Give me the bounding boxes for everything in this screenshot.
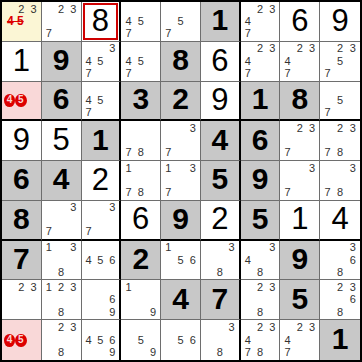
candidate-grid: 178 (122, 162, 159, 199)
candidate-mark: 3 (346, 162, 359, 174)
candidate-grid: 237 (281, 122, 318, 159)
cell-r1c1[interactable]: 234 5 (2, 2, 42, 42)
cell-r7c3[interactable]: 456 (82, 241, 122, 281)
candidate-mark: 8 (135, 147, 147, 159)
sudoku-board: 234 523784575712347691934574578623472347… (0, 0, 362, 362)
cell-r6c8[interactable]: 1 (280, 201, 320, 241)
candidate-mark: 6 (106, 254, 118, 266)
candidate-mark: 3 (67, 321, 79, 334)
cell-r1c8[interactable]: 6 (280, 2, 320, 42)
candidate-mark: 1 (43, 281, 55, 293)
given-digit: 8 (13, 204, 30, 234)
candidate-mark: 7 (43, 28, 55, 40)
candidate-mark: 5 (94, 254, 106, 266)
candidate-mark: 5 (174, 254, 186, 266)
candidate-mark: 6 (187, 254, 199, 266)
cell-r7c5[interactable]: 156 (161, 241, 201, 281)
candidate-grid: 4569 (83, 321, 119, 359)
candidate-mark: 3 (346, 43, 359, 55)
cell-r3c4[interactable]: 3 (121, 82, 161, 122)
candidate-grid: 23 (3, 281, 40, 318)
cell-r8c9[interactable]: 2368 (320, 280, 360, 320)
candidate-grid: 45 (3, 83, 40, 119)
given-digit: 9 (252, 164, 269, 194)
highlighted-candidate-pair: 45 (3, 334, 28, 347)
cell-r5c1[interactable]: 6 (2, 161, 42, 201)
cell-r4c7[interactable]: 6 (241, 121, 281, 161)
cell-r4c9[interactable]: 2378 (320, 121, 360, 161)
candidate-mark: 5 (94, 94, 106, 106)
candidate-grid: 37 (281, 162, 318, 199)
entered-digit: 6 (291, 5, 308, 36)
candidate-grid: 37 (43, 202, 80, 238)
candidate-grid: 59 (122, 321, 159, 359)
cell-r2c7[interactable]: 2347 (241, 42, 281, 82)
cell-r8c6[interactable]: 7 (201, 280, 241, 320)
candidate-mark: 3 (226, 242, 238, 254)
entered-digit: 5 (53, 124, 70, 155)
candidate-mark: 7 (321, 106, 334, 118)
cell-r3c1[interactable]: 45 (2, 82, 42, 122)
given-digit: 2 (132, 244, 149, 274)
candidate-grid: 2347 (281, 321, 318, 359)
candidate-mark: 1 (122, 162, 134, 174)
cell-r5c2[interactable]: 4 (42, 161, 82, 201)
candidate-mark: 4 (242, 334, 254, 347)
candidate-mark: 7 (83, 226, 95, 238)
candidate-grid: 238 (43, 321, 80, 359)
entered-digit: 6 (211, 45, 228, 76)
cell-r9c8[interactable]: 2347 (280, 320, 320, 360)
candidate-mark: 2 (254, 43, 266, 55)
candidate-grid: 238 (242, 281, 279, 318)
entered-digit: 9 (13, 124, 30, 155)
cell-r7c2[interactable]: 138 (42, 241, 82, 281)
candidate-mark: 6 (187, 334, 199, 347)
cell-r6c2[interactable]: 37 (42, 201, 82, 241)
cell-r3c3[interactable]: 457 (82, 82, 122, 122)
cell-r4c3[interactable]: 1 (82, 121, 122, 161)
candidate-grid: 457 (122, 43, 159, 80)
cell-r6c6[interactable]: 2 (201, 201, 241, 241)
highlighted-candidate-pair: 45 (3, 94, 28, 107)
candidate-mark: 4 (122, 15, 134, 27)
candidate-mark: 4 (242, 254, 254, 266)
entered-digit: 9 (331, 5, 348, 36)
cell-r6c3[interactable]: 37 (82, 201, 122, 241)
candidate-mark: 7 (122, 147, 134, 159)
cell-r9c4[interactable]: 59 (121, 320, 161, 360)
candidate-mark: 2 (15, 281, 27, 293)
candidate-mark: 3 (266, 43, 278, 55)
cell-r6c4[interactable]: 6 (121, 201, 161, 241)
candidate-mark: 8 (254, 346, 266, 359)
candidate-mark: 2 (55, 281, 67, 293)
given-digit: 9 (53, 45, 70, 75)
given-digit: 3 (132, 84, 149, 114)
cell-r5c5[interactable]: 137 (161, 161, 201, 201)
candidate-grid: 45 (3, 321, 40, 359)
cell-r8c4[interactable]: 19 (121, 280, 161, 320)
candidate-mark: 7 (242, 67, 254, 79)
candidate-grid: 3457 (83, 43, 119, 80)
cell-r7c8[interactable]: 9 (280, 241, 320, 281)
cell-r1c3[interactable]: 8 (82, 2, 122, 42)
cell-r4c4[interactable]: 78 (121, 121, 161, 161)
candidate-mark: 3 (67, 3, 79, 15)
red-circled-candidate: 4 (4, 94, 15, 107)
candidate-mark: 7 (162, 187, 174, 199)
candidate-mark: 2 (254, 3, 266, 15)
candidate-mark: 4 (83, 334, 95, 347)
candidate-mark: 8 (254, 306, 266, 318)
candidate-mark: 3 (306, 43, 318, 55)
candidate-mark: 2 (294, 321, 306, 334)
cell-r6c9[interactable]: 4 (320, 201, 360, 241)
candidate-mark: 8 (55, 306, 67, 318)
given-digit: 5 (211, 164, 228, 194)
given-digit: 9 (172, 204, 189, 234)
candidate-mark: 6 (106, 334, 118, 347)
given-digit: 6 (13, 164, 30, 194)
candidate-mark: 3 (106, 202, 118, 214)
given-digit: 7 (13, 244, 30, 274)
cell-r7c7[interactable]: 348 (241, 241, 281, 281)
entered-digit: 1 (291, 203, 308, 234)
cell-r8c1[interactable]: 23 (2, 280, 42, 320)
cell-r9c7[interactable]: 23478 (241, 320, 281, 360)
candidate-mark: 3 (67, 281, 79, 293)
candidate-grid: 368 (321, 242, 359, 279)
cell-r8c8[interactable]: 5 (280, 280, 320, 320)
candidate-mark: 5 (334, 94, 347, 106)
cell-r4c8[interactable]: 237 (280, 121, 320, 161)
candidate-mark: 5 (334, 55, 347, 67)
candidate-mark: 3 (226, 321, 238, 334)
candidate-grid: 237 (43, 3, 80, 40)
candidate-grid: 2347 (242, 3, 279, 40)
candidate-mark: 3 (28, 281, 40, 293)
candidate-mark: 3 (266, 242, 278, 254)
cell-r8c2[interactable]: 1238 (42, 280, 82, 320)
given-digit: 4 (53, 164, 70, 194)
candidate-grid: 19 (122, 281, 159, 318)
candidate-mark: 1 (43, 242, 55, 254)
candidate-mark: 5 (94, 334, 106, 347)
cell-r4c5[interactable]: 37 (161, 121, 201, 161)
cell-r3c6[interactable]: 9 (201, 82, 241, 122)
candidate-mark: 8 (334, 266, 347, 278)
candidate-grid: 138 (43, 242, 80, 279)
candidate-mark: 4 (242, 15, 254, 27)
cell-r3c5[interactable]: 2 (161, 82, 201, 122)
red-circled-candidate: 5 (15, 94, 26, 107)
candidate-grid: 69 (83, 281, 119, 318)
cell-r6c5[interactable]: 9 (161, 201, 201, 241)
candidate-mark: 7 (281, 67, 293, 79)
candidate-grid: 37 (83, 202, 119, 238)
candidate-mark: 1 (162, 242, 174, 254)
candidate-mark: 5 (94, 55, 106, 67)
candidate-mark: 3 (346, 281, 359, 293)
candidate-mark: 8 (214, 266, 226, 278)
cell-r4c6[interactable]: 4 (201, 121, 241, 161)
candidate-mark: 3 (266, 281, 278, 293)
cell-r2c4[interactable]: 457 (121, 42, 161, 82)
cell-r9c9[interactable]: 1 (320, 320, 360, 360)
candidate-mark: 7 (281, 187, 293, 199)
given-digit: 7 (211, 284, 228, 314)
entered-digit: 8 (92, 5, 109, 36)
candidate-mark: 9 (147, 306, 159, 318)
cell-r1c2[interactable]: 237 (42, 2, 82, 42)
candidate-mark: 7 (321, 187, 334, 199)
candidate-mark: 8 (214, 346, 226, 359)
candidate-mark: 4 (83, 55, 95, 67)
candidate-grid: 57 (162, 3, 199, 40)
cell-r1c5[interactable]: 57 (161, 2, 201, 42)
candidate-mark: 7 (122, 28, 134, 40)
candidate-mark: 7 (83, 67, 95, 79)
cell-r2c5[interactable]: 8 (161, 42, 201, 82)
given-digit: 6 (252, 125, 269, 155)
candidate-grid: 1238 (43, 281, 80, 318)
candidate-grid: 38 (202, 242, 238, 279)
cell-r8c5[interactable]: 4 (161, 280, 201, 320)
candidate-mark: 8 (254, 266, 266, 278)
candidate-grid: 23478 (242, 321, 279, 359)
candidate-mark: 3 (306, 321, 318, 334)
red-circled-candidate: 4 (4, 334, 15, 347)
cell-r2c1[interactable]: 1 (2, 42, 42, 82)
candidate-mark: 7 (281, 147, 293, 159)
cell-r9c1[interactable]: 45 (2, 320, 42, 360)
candidate-mark: 5 (174, 15, 186, 27)
candidate-mark: 3 (346, 122, 359, 134)
given-digit: 1 (211, 5, 228, 35)
given-digit: 5 (291, 284, 308, 314)
candidate-mark: 4 (83, 94, 95, 106)
eliminated-candidates-red-strikethrough: 4 5 (3, 15, 28, 27)
candidate-grid: 156 (162, 242, 199, 279)
cell-r9c5[interactable]: 56 (161, 320, 201, 360)
cell-r5c6[interactable]: 5 (201, 161, 241, 201)
cell-r3c8[interactable]: 8 (280, 82, 320, 122)
candidate-mark: 7 (43, 226, 55, 238)
given-digit: 8 (291, 84, 308, 114)
candidate-mark: 4 (281, 334, 293, 347)
given-digit: 1 (92, 125, 109, 155)
cell-r5c3[interactable]: 2 (82, 161, 122, 201)
candidate-mark: 7 (281, 346, 293, 359)
entered-digit: 1 (13, 45, 30, 76)
cell-r5c8[interactable]: 37 (280, 161, 320, 201)
cell-r9c3[interactable]: 4569 (82, 320, 122, 360)
candidate-grid: 57 (321, 83, 359, 119)
candidate-mark: 2 (334, 122, 347, 134)
cell-r7c9[interactable]: 368 (320, 241, 360, 281)
cell-r2c9[interactable]: 2357 (320, 42, 360, 82)
candidate-grid: 38 (202, 321, 238, 359)
cell-r7c1[interactable]: 7 (2, 241, 42, 281)
cell-r7c6[interactable]: 38 (201, 241, 241, 281)
candidate-mark: 8 (334, 306, 347, 318)
cell-r7c4[interactable]: 2 (121, 241, 161, 281)
candidate-grid: 456 (83, 242, 119, 279)
candidate-mark: 3 (187, 122, 199, 134)
candidate-mark: 8 (334, 187, 347, 199)
candidate-mark: 6 (346, 294, 359, 306)
candidate-mark: 8 (135, 187, 147, 199)
cell-r2c3[interactable]: 3457 (82, 42, 122, 82)
candidate-mark: 3 (187, 162, 199, 174)
cell-r6c7[interactable]: 5 (241, 201, 281, 241)
candidate-mark: 7 (162, 28, 174, 40)
cell-r1c4[interactable]: 457 (121, 2, 161, 42)
candidate-mark: 4 (122, 55, 134, 67)
candidate-mark: 5 (174, 334, 186, 347)
candidate-mark: 4 (281, 55, 293, 67)
candidate-grid: 137 (162, 162, 199, 199)
candidate-mark: 9 (147, 346, 159, 359)
given-digit: 1 (332, 324, 349, 354)
given-digit: 5 (252, 204, 269, 234)
candidate-mark: 3 (266, 321, 278, 334)
given-digit: 2 (172, 84, 189, 114)
entered-digit: 9 (211, 84, 228, 115)
candidate-mark: 5 (135, 15, 147, 27)
candidate-mark: 8 (55, 346, 67, 359)
given-digit: 1 (252, 84, 269, 114)
candidate-grid: 56 (162, 321, 199, 359)
candidate-grid: 378 (321, 162, 359, 199)
given-digit: 6 (53, 84, 70, 114)
candidate-grid: 2347 (281, 43, 318, 80)
cell-r1c7[interactable]: 2347 (241, 2, 281, 42)
candidate-grid: 2368 (321, 281, 359, 318)
cell-r2c6[interactable]: 6 (201, 42, 241, 82)
entered-digit: 4 (331, 203, 348, 234)
cell-r5c7[interactable]: 9 (241, 161, 281, 201)
candidate-mark: 3 (306, 122, 318, 134)
candidate-mark: 2 (334, 43, 347, 55)
cell-r9c6[interactable]: 38 (201, 320, 241, 360)
given-digit: 9 (291, 244, 308, 274)
candidate-mark: 6 (106, 294, 118, 306)
candidate-mark: 5 (135, 55, 147, 67)
candidate-mark: 2 (254, 281, 266, 293)
cell-r6c1[interactable]: 8 (2, 201, 42, 241)
candidate-mark: 5 (135, 334, 147, 347)
candidate-mark: 2 (334, 281, 347, 293)
candidate-mark: 9 (106, 306, 118, 318)
entered-digit: 2 (211, 203, 228, 234)
entered-digit: 6 (132, 203, 149, 234)
cell-r4c2[interactable]: 5 (42, 121, 82, 161)
given-digit: 4 (211, 125, 228, 155)
candidate-mark: 7 (242, 28, 254, 40)
candidate-grid: 78 (122, 122, 159, 159)
cell-r1c9[interactable]: 9 (320, 2, 360, 42)
candidate-grid: 234 5 (3, 3, 40, 40)
entered-digit: 2 (92, 164, 109, 195)
candidate-mark: 6 (346, 254, 359, 266)
cell-r2c2[interactable]: 9 (42, 42, 82, 82)
candidate-mark: 7 (122, 187, 134, 199)
candidate-mark: 8 (55, 266, 67, 278)
cell-r1c6[interactable]: 1 (201, 2, 241, 42)
candidate-grid: 37 (162, 122, 199, 159)
cell-r3c7[interactable]: 1 (241, 82, 281, 122)
candidate-grid: 457 (122, 3, 159, 40)
cell-r3c9[interactable]: 57 (320, 82, 360, 122)
candidate-mark: 4 (242, 55, 254, 67)
candidate-mark: 3 (306, 162, 318, 174)
candidate-grid: 457 (83, 83, 119, 119)
cell-r8c7[interactable]: 238 (241, 280, 281, 320)
given-digit: 8 (172, 45, 189, 75)
cell-r5c9[interactable]: 378 (320, 161, 360, 201)
given-digit: 4 (172, 284, 189, 314)
cell-r5c4[interactable]: 178 (121, 161, 161, 201)
candidate-mark: 9 (106, 346, 118, 359)
candidate-mark: 2 (55, 321, 67, 334)
cell-r8c3[interactable]: 69 (82, 280, 122, 320)
candidate-mark: 3 (67, 242, 79, 254)
cell-r4c1[interactable]: 9 (2, 121, 42, 161)
candidate-mark: 7 (321, 67, 334, 79)
candidate-mark: 2 (294, 43, 306, 55)
red-circled-candidate: 5 (15, 334, 26, 347)
candidate-mark: 3 (67, 202, 79, 214)
cell-r9c2[interactable]: 238 (42, 320, 82, 360)
candidate-mark: 3 (346, 242, 359, 254)
candidate-mark: 7 (122, 67, 134, 79)
candidate-mark: 7 (242, 346, 254, 359)
candidate-mark: 3 (106, 43, 118, 55)
candidate-mark: 1 (162, 162, 174, 174)
candidate-mark: 4 (83, 254, 95, 266)
candidate-mark: 3 (28, 3, 40, 15)
candidate-mark: 2 (294, 122, 306, 134)
candidate-mark: 7 (321, 147, 334, 159)
cell-r2c8[interactable]: 2347 (280, 42, 320, 82)
candidate-mark: 7 (162, 147, 174, 159)
candidate-mark: 2 (55, 3, 67, 15)
cell-r3c2[interactable]: 6 (42, 82, 82, 122)
candidate-mark: 2 (254, 321, 266, 334)
candidate-mark: 1 (122, 281, 134, 293)
candidate-grid: 2357 (321, 43, 359, 80)
candidate-grid: 348 (242, 242, 279, 279)
candidate-grid: 2378 (321, 122, 359, 159)
candidate-grid: 2347 (242, 43, 279, 80)
candidate-mark: 7 (83, 106, 95, 118)
candidate-mark: 8 (334, 147, 347, 159)
candidate-mark: 3 (266, 3, 278, 15)
